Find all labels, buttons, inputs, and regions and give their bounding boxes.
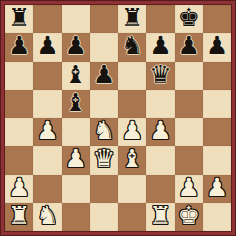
square-a1[interactable]: ♜ [5,203,33,231]
square-b4[interactable]: ♟ [33,118,61,146]
square-f1[interactable]: ♜ [146,203,174,231]
square-e7[interactable]: ♞ [118,33,146,61]
piece-black-pawn-c7[interactable]: ♟ [64,33,86,60]
square-b5[interactable] [33,90,61,118]
square-g2[interactable]: ♟ [175,175,203,203]
piece-black-king-g8[interactable]: ♚ [177,5,199,32]
square-g8[interactable]: ♚ [175,5,203,33]
piece-black-pawn-f7[interactable]: ♟ [149,33,171,60]
square-e3[interactable]: ♝ [118,146,146,174]
square-g6[interactable] [175,62,203,90]
square-c1[interactable] [62,203,90,231]
piece-white-king-g1[interactable]: ♚ [177,203,199,230]
piece-white-knight-b1[interactable]: ♞ [36,203,58,230]
square-b1[interactable]: ♞ [33,203,61,231]
square-e4[interactable]: ♟ [118,118,146,146]
piece-black-pawn-d6[interactable]: ♟ [93,62,115,89]
chess-board: ♜♜♚♟♟♟♞♟♟♟♝♟♛♝♟♞♟♟♟♛♝♟♟♟♜♞♜♚ [5,5,231,231]
piece-white-pawn-g2[interactable]: ♟ [177,175,199,202]
piece-white-pawn-b4[interactable]: ♟ [36,118,58,145]
piece-black-pawn-h7[interactable]: ♟ [206,33,228,60]
piece-white-bishop-e3[interactable]: ♝ [121,146,143,173]
square-b7[interactable]: ♟ [33,33,61,61]
square-e1[interactable] [118,203,146,231]
square-e6[interactable] [118,62,146,90]
square-d5[interactable] [90,90,118,118]
square-d4[interactable]: ♞ [90,118,118,146]
square-d8[interactable] [90,5,118,33]
piece-black-queen-f6[interactable]: ♛ [149,62,171,89]
piece-white-pawn-h2[interactable]: ♟ [206,175,228,202]
piece-black-bishop-c5[interactable]: ♝ [64,90,86,117]
square-d7[interactable] [90,33,118,61]
piece-black-knight-e7[interactable]: ♞ [121,33,143,60]
square-e8[interactable]: ♜ [118,5,146,33]
square-d6[interactable]: ♟ [90,62,118,90]
square-c5[interactable]: ♝ [62,90,90,118]
piece-black-pawn-a7[interactable]: ♟ [8,33,30,60]
piece-white-pawn-c3[interactable]: ♟ [64,146,86,173]
square-a4[interactable] [5,118,33,146]
square-e2[interactable] [118,175,146,203]
chess-board-frame: ♜♜♚♟♟♟♞♟♟♟♝♟♛♝♟♞♟♟♟♛♝♟♟♟♜♞♜♚ [0,0,236,236]
square-g5[interactable] [175,90,203,118]
square-f3[interactable] [146,146,174,174]
square-f2[interactable] [146,175,174,203]
piece-white-pawn-e4[interactable]: ♟ [121,118,143,145]
square-a2[interactable]: ♟ [5,175,33,203]
square-b3[interactable] [33,146,61,174]
square-a8[interactable]: ♜ [5,5,33,33]
square-c7[interactable]: ♟ [62,33,90,61]
square-c6[interactable]: ♝ [62,62,90,90]
square-f5[interactable] [146,90,174,118]
square-c8[interactable] [62,5,90,33]
square-d3[interactable]: ♛ [90,146,118,174]
square-h3[interactable] [203,146,231,174]
square-e5[interactable] [118,90,146,118]
piece-black-rook-a8[interactable]: ♜ [8,5,30,32]
square-g7[interactable]: ♟ [175,33,203,61]
square-h2[interactable]: ♟ [203,175,231,203]
square-c4[interactable] [62,118,90,146]
square-f7[interactable]: ♟ [146,33,174,61]
square-a5[interactable] [5,90,33,118]
piece-black-pawn-g7[interactable]: ♟ [177,33,199,60]
square-d2[interactable] [90,175,118,203]
square-c3[interactable]: ♟ [62,146,90,174]
piece-black-bishop-c6[interactable]: ♝ [64,62,86,89]
square-d1[interactable] [90,203,118,231]
square-h4[interactable] [203,118,231,146]
piece-white-knight-d4[interactable]: ♞ [93,118,115,145]
square-h7[interactable]: ♟ [203,33,231,61]
piece-white-pawn-f4[interactable]: ♟ [149,118,171,145]
piece-black-pawn-b7[interactable]: ♟ [36,33,58,60]
square-h6[interactable] [203,62,231,90]
square-h1[interactable] [203,203,231,231]
square-f4[interactable]: ♟ [146,118,174,146]
square-c2[interactable] [62,175,90,203]
piece-white-pawn-a2[interactable]: ♟ [8,175,30,202]
square-b8[interactable] [33,5,61,33]
piece-white-queen-d3[interactable]: ♛ [93,146,115,173]
square-g1[interactable]: ♚ [175,203,203,231]
square-a7[interactable]: ♟ [5,33,33,61]
square-f8[interactable] [146,5,174,33]
piece-white-rook-a1[interactable]: ♜ [8,203,30,230]
square-b2[interactable] [33,175,61,203]
square-a3[interactable] [5,146,33,174]
piece-black-rook-e8[interactable]: ♜ [121,5,143,32]
square-g4[interactable] [175,118,203,146]
square-a6[interactable] [5,62,33,90]
square-h8[interactable] [203,5,231,33]
square-b6[interactable] [33,62,61,90]
square-g3[interactable] [175,146,203,174]
square-f6[interactable]: ♛ [146,62,174,90]
piece-white-rook-f1[interactable]: ♜ [149,203,171,230]
square-h5[interactable] [203,90,231,118]
